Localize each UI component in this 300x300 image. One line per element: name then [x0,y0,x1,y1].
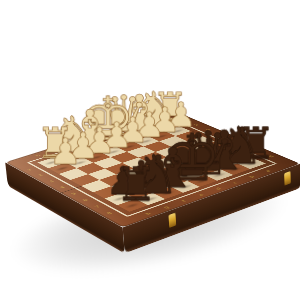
chess-board: hhggffeeddccbbaa1122334455667788 ♜♞♝♛♚♝♞… [5,110,300,228]
perspective-container: hhggffeeddccbbaa1122334455667788 ♜♞♝♛♚♝♞… [0,0,300,300]
brass-latch-icon [284,171,291,185]
white-pawn: ♟ [48,163,76,174]
product-photo-scene: hhggffeeddccbbaa1122334455667788 ♜♞♝♛♚♝♞… [0,0,300,300]
brass-latch-icon [168,213,176,228]
black-rook-glyph: ♜ [104,159,169,208]
black-rook: ♜ [117,199,147,212]
white-pawn-glyph: ♟ [35,132,96,170]
